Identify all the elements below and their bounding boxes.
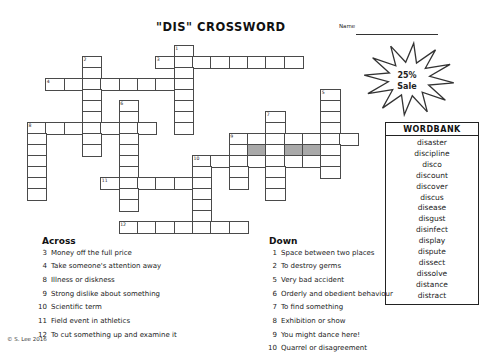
across-clue-list: 3Money off the full price4Take someone's… [28, 249, 253, 345]
down-clues-section: Down 1Space between two places2To destro… [258, 236, 488, 354]
down-clue: 9You might dance here! [258, 331, 488, 345]
answer-cell[interactable] [100, 78, 120, 91]
clue-text: Field event in athletics [51, 317, 130, 325]
answer-cell[interactable] [192, 56, 212, 69]
across-clue: 9Strong dislike about something [28, 290, 253, 304]
crossword-worksheet: "DIS" CROSSWORD Name 25% Sale 1234567891… [0, 0, 500, 354]
answer-cell[interactable] [45, 122, 65, 135]
clue-text: Space between two places [281, 249, 375, 257]
answer-cell[interactable] [119, 221, 139, 234]
clue-text: To cut something up and examine it [51, 331, 177, 339]
down-header: Down [269, 236, 488, 246]
answer-cell[interactable] [155, 56, 175, 69]
clue-text: Exhibition or show [281, 317, 345, 325]
answer-cell[interactable] [119, 199, 139, 212]
down-clue: 1Space between two places [258, 249, 488, 263]
clue-number: 3 [28, 249, 47, 257]
answer-cell[interactable] [210, 56, 230, 69]
answer-cell[interactable] [174, 221, 194, 234]
answer-cell[interactable] [137, 177, 157, 190]
answer-cell[interactable] [339, 133, 359, 146]
clue-text: Strong dislike about something [51, 290, 160, 298]
sale-percent-text: 25% [397, 71, 416, 80]
answer-cell[interactable] [64, 78, 84, 91]
answer-cell[interactable] [229, 177, 249, 190]
wordbank-word: discus [386, 193, 478, 204]
across-header: Across [42, 236, 253, 246]
answer-cell[interactable] [302, 155, 322, 168]
clue-number: 4 [28, 262, 47, 270]
clue-number: 2 [258, 262, 277, 270]
answer-cell[interactable] [210, 221, 230, 234]
answer-cell[interactable] [320, 166, 340, 179]
clue-number: 5 [258, 276, 277, 284]
answer-cell[interactable] [100, 177, 120, 190]
wordbank-word: disaster [386, 138, 478, 149]
down-clue: 6Orderly and obedient behaviour [258, 290, 488, 304]
answer-cell[interactable] [155, 221, 175, 234]
answer-cell[interactable] [174, 177, 194, 190]
wordbank-word: discover [386, 182, 478, 193]
answer-cell[interactable] [100, 122, 120, 135]
answer-cell[interactable] [229, 56, 249, 69]
answer-cell[interactable] [137, 122, 157, 135]
across-clue: 11Field event in athletics [28, 317, 253, 331]
clue-text: Orderly and obedient behaviour [281, 290, 393, 298]
clue-number: 8 [28, 276, 47, 284]
wordbank-header: WORDBANK [386, 123, 478, 136]
answer-cell[interactable] [64, 122, 84, 135]
across-clue: 8Illness or diskness [28, 276, 253, 290]
answer-cell[interactable] [45, 78, 65, 91]
down-clue: 7To find something [258, 303, 488, 317]
clue-number: 1 [258, 249, 277, 257]
answer-cell[interactable] [284, 155, 304, 168]
answer-cell[interactable] [247, 56, 267, 69]
clue-text: Quarrel or disagreement [281, 344, 367, 352]
answer-cell[interactable] [247, 155, 267, 168]
name-label: Name [339, 23, 355, 29]
down-clue: 5Very bad accident [258, 276, 488, 290]
sale-starburst: 25% Sale [362, 41, 456, 117]
page-title: "DIS" CROSSWORD [156, 20, 286, 34]
down-clue: 8Exhibition or show [258, 317, 488, 331]
name-entry-line [356, 22, 438, 35]
wordbank-word: disco [386, 160, 478, 171]
down-clue: 10Quarrel or disagreement [258, 344, 488, 354]
clue-text: Money off the full price [51, 249, 132, 257]
answer-cell[interactable] [210, 155, 230, 168]
answer-cell[interactable] [155, 78, 175, 91]
answer-cell[interactable] [174, 122, 194, 135]
across-clues-section: Across 3Money off the full price4Take so… [28, 236, 253, 344]
clue-text: Very bad accident [281, 276, 344, 284]
answer-cell[interactable] [265, 188, 285, 201]
clue-number: 10 [258, 344, 277, 352]
clue-number: 9 [28, 290, 47, 298]
across-clue: 3Money off the full price [28, 249, 253, 263]
across-clue: 10Scientific term [28, 303, 253, 317]
clue-text: To find something [281, 303, 343, 311]
clue-number: 9 [258, 331, 277, 339]
wordbank-word: discount [386, 171, 478, 182]
crossword-board: 123456789101112 [27, 45, 358, 233]
clue-text: Take someone's attention away [51, 262, 161, 270]
down-clue: 2To destroy germs [258, 262, 488, 276]
answer-cell[interactable] [137, 221, 157, 234]
clue-number: 6 [258, 290, 277, 298]
clue-number: 8 [258, 317, 277, 325]
answer-cell[interactable] [284, 56, 304, 69]
copyright-note: © S. Lee 2016 [7, 336, 47, 342]
clue-number: 11 [28, 317, 47, 325]
answer-cell[interactable] [192, 221, 212, 234]
across-clue: 12To cut something up and examine it [28, 331, 253, 345]
wordbank-word: disgust [386, 214, 478, 225]
answer-cell[interactable] [82, 144, 102, 157]
wordbank-word: discipline [386, 149, 478, 160]
down-clue-list: 1Space between two places2To destroy ger… [258, 249, 488, 354]
answer-cell[interactable] [155, 177, 175, 190]
wordbank-word: disinfect [386, 225, 478, 236]
answer-cell[interactable] [27, 188, 47, 201]
answer-cell[interactable] [229, 221, 249, 234]
clue-number: 10 [28, 303, 47, 311]
clue-text: Scientific term [51, 303, 102, 311]
clue-text: You might dance here! [281, 331, 360, 339]
answer-cell[interactable] [119, 78, 139, 91]
sale-label-text: Sale [397, 82, 417, 91]
answer-cell[interactable] [137, 78, 157, 91]
clue-text: Illness or diskness [51, 276, 115, 284]
clue-number: 7 [258, 303, 277, 311]
clue-text: To destroy germs [281, 262, 341, 270]
across-clue: 4Take someone's attention away [28, 262, 253, 276]
answer-cell[interactable] [265, 56, 285, 69]
wordbank-word: disease [386, 203, 478, 214]
